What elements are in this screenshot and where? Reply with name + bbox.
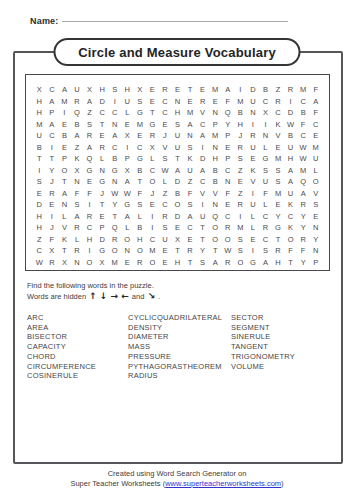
- grid-cell-r5c9: E: [134, 130, 147, 142]
- grid-cell-r1c16: A: [221, 84, 234, 96]
- word-item: TRIGONOMETRY: [231, 352, 327, 362]
- grid-cell-r11c23: S: [309, 199, 322, 211]
- grid-cell-r11c6: T: [96, 199, 109, 211]
- grid-cell-r13c17: M: [234, 222, 247, 234]
- grid-cell-r12c1: H: [33, 211, 46, 223]
- grid-cell-r5c1: U: [33, 130, 46, 142]
- grid-cell-r16c9: R: [134, 257, 147, 269]
- grid-cell-r7c23: U: [309, 153, 322, 165]
- grid-cell-r9c6: G: [96, 176, 109, 188]
- grid-cell-r1c19: B: [259, 84, 272, 96]
- grid-cell-r5c2: C: [46, 130, 59, 142]
- grid-cell-r14c14: T: [196, 234, 209, 246]
- grid-cell-r6c18: U: [247, 142, 260, 154]
- grid-cell-r12c10: I: [146, 211, 159, 223]
- grid-cell-r6c21: U: [284, 142, 297, 154]
- word-item: ARC: [27, 313, 128, 323]
- grid-cell-r5c14: A: [196, 130, 209, 142]
- grid-cell-r10c11: Z: [159, 188, 172, 200]
- grid-cell-r15c10: M: [146, 245, 159, 257]
- grid-cell-r11c5: I: [83, 199, 96, 211]
- word-list-column-2: CYCLICQUADRILATERALDENSITYDIAMETERMASSPR…: [128, 313, 231, 381]
- grid-cell-r4c3: E: [58, 119, 71, 131]
- grid-cell-r8c23: L: [309, 165, 322, 177]
- grid-cell-r15c2: X: [46, 245, 59, 257]
- grid-cell-r2c20: R: [272, 96, 285, 108]
- grid-cell-r15c9: O: [134, 245, 147, 257]
- grid-cell-r9c18: V: [247, 176, 260, 188]
- grid-cell-r2c7: I: [108, 96, 121, 108]
- grid-cell-r10c8: W: [121, 188, 134, 200]
- grid-cell-r7c5: Q: [83, 153, 96, 165]
- grid-cell-r7c6: L: [96, 153, 109, 165]
- grid-cell-r16c20: H: [272, 257, 285, 269]
- grid-cell-r15c3: T: [58, 245, 71, 257]
- grid-cell-r5c21: B: [284, 130, 297, 142]
- grid-cell-r6c4: Z: [71, 142, 84, 154]
- grid-cell-r1c7: S: [108, 84, 121, 96]
- word-item: VOLUME: [231, 362, 327, 372]
- grid-cell-r6c12: U: [171, 142, 184, 154]
- grid-cell-r15c21: F: [284, 245, 297, 257]
- grid-cell-r10c4: F: [71, 188, 84, 200]
- grid-cell-r4c15: P: [209, 119, 222, 131]
- grid-cell-r4c19: I: [259, 119, 272, 131]
- grid-cell-r6c10: X: [146, 142, 159, 154]
- grid-cell-r11c21: K: [284, 199, 297, 211]
- grid-cell-r13c3: V: [58, 222, 71, 234]
- grid-cell-r1c1: X: [33, 84, 46, 96]
- grid-cell-r14c13: E: [184, 234, 197, 246]
- grid-cell-r4c11: E: [159, 119, 172, 131]
- grid-cell-r8c19: S: [259, 165, 272, 177]
- grid-cell-r3c18: N: [247, 107, 260, 119]
- grid-cell-r5c22: C: [297, 130, 310, 142]
- grid-cell-r15c13: R: [184, 245, 197, 257]
- grid-cell-r5c19: N: [259, 130, 272, 142]
- grid-cell-r13c11: S: [159, 222, 172, 234]
- grid-cell-r3c4: Q: [71, 107, 84, 119]
- instructions-and: and: [132, 292, 145, 301]
- grid-cell-r16c17: O: [234, 257, 247, 269]
- word-item: TANGENT: [231, 342, 327, 352]
- grid-cell-r13c10: I: [146, 222, 159, 234]
- grid-cell-r8c13: U: [184, 165, 197, 177]
- footer-line2-prefix: Super Teacher Worksheets (: [70, 479, 165, 488]
- grid-cell-r12c21: C: [284, 211, 297, 223]
- grid-cell-r5c8: X: [121, 130, 134, 142]
- word-item: DENSITY: [128, 323, 231, 333]
- grid-cell-r1c23: F: [309, 84, 322, 96]
- grid-cell-r14c12: X: [171, 234, 184, 246]
- grid-cell-r11c10: E: [146, 199, 159, 211]
- grid-cell-r11c12: O: [171, 199, 184, 211]
- grid-cell-r14c16: O: [221, 234, 234, 246]
- grid-cell-r8c6: N: [96, 165, 109, 177]
- grid-cell-r8c11: W: [159, 165, 172, 177]
- grid-cell-r3c8: L: [121, 107, 134, 119]
- grid-cell-r4c4: B: [71, 119, 84, 131]
- grid-cell-r3c9: G: [134, 107, 147, 119]
- grid-cell-r9c7: N: [108, 176, 121, 188]
- grid-cell-r2c3: M: [58, 96, 71, 108]
- grid-cell-r6c2: I: [46, 142, 59, 154]
- direction-arrows-icon: ↑ ↓ → ←: [88, 291, 130, 301]
- word-item: CHORD: [27, 352, 128, 362]
- grid-cell-r5c16: P: [221, 130, 234, 142]
- grid-cell-r10c17: Z: [234, 188, 247, 200]
- grid-cell-r9c12: D: [171, 176, 184, 188]
- grid-cell-r2c8: U: [121, 96, 134, 108]
- grid-cell-r10c22: A: [297, 188, 310, 200]
- name-blank-line: [62, 21, 288, 22]
- grid-cell-r8c22: M: [297, 165, 310, 177]
- grid-cell-r4c10: G: [146, 119, 159, 131]
- grid-cell-r5c13: N: [184, 130, 197, 142]
- grid-cell-r14c18: E: [247, 234, 260, 246]
- grid-cell-r12c7: T: [108, 211, 121, 223]
- page-title: Circle and Measure Vocabulary: [78, 45, 276, 60]
- grid-cell-r7c17: S: [234, 153, 247, 165]
- grid-cell-r7c21: H: [284, 153, 297, 165]
- grid-cell-r15c14: Y: [196, 245, 209, 257]
- footer-link[interactable]: www.superteacherworksheets.com: [165, 479, 281, 488]
- grid-cell-r15c1: C: [33, 245, 46, 257]
- grid-cell-r7c7: B: [108, 153, 121, 165]
- grid-cell-r3c3: I: [58, 107, 71, 119]
- grid-cell-r2c17: M: [234, 96, 247, 108]
- grid-cell-r4c12: S: [171, 119, 184, 131]
- grid-cell-r7c14: D: [196, 153, 209, 165]
- grid-cell-r11c16: E: [221, 199, 234, 211]
- grid-cell-r1c22: M: [297, 84, 310, 96]
- grid-cell-r6c8: I: [121, 142, 134, 154]
- grid-cell-r13c5: C: [83, 222, 96, 234]
- grid-cell-r2c12: N: [171, 96, 184, 108]
- grid-cell-r4c8: E: [121, 119, 134, 131]
- grid-cell-r1c21: R: [284, 84, 297, 96]
- grid-cell-r15c7: O: [108, 245, 121, 257]
- grid-cell-r10c9: F: [134, 188, 147, 200]
- instructions: Find the following words in the puzzle. …: [27, 280, 160, 302]
- grid-cell-r4c22: F: [297, 119, 310, 131]
- word-item: PRESSURE: [128, 352, 231, 362]
- grid-cell-r2c9: S: [134, 96, 147, 108]
- grid-cell-r5c15: M: [209, 130, 222, 142]
- grid-cell-r14c6: D: [96, 234, 109, 246]
- grid-cell-r16c8: E: [121, 257, 134, 269]
- grid-cell-r9c21: A: [284, 176, 297, 188]
- grid-cell-r3c19: X: [259, 107, 272, 119]
- name-label: Name:: [30, 16, 59, 26]
- grid-cell-r8c21: A: [284, 165, 297, 177]
- grid-cell-r15c12: T: [171, 245, 184, 257]
- grid-cell-r5c3: B: [58, 130, 71, 142]
- grid-cell-r9c20: S: [272, 176, 285, 188]
- grid-cell-r7c3: P: [58, 153, 71, 165]
- grid-cell-r1c9: X: [134, 84, 147, 96]
- grid-cell-r4c6: T: [96, 119, 109, 131]
- grid-cell-r10c6: J: [96, 188, 109, 200]
- grid-cell-r3c23: F: [309, 107, 322, 119]
- grid-cell-r14c1: Z: [33, 234, 46, 246]
- grid-cell-r13c14: T: [196, 222, 209, 234]
- grid-cell-r2c13: E: [184, 96, 197, 108]
- grid-cell-r12c19: C: [259, 211, 272, 223]
- grid-cell-r15c17: S: [234, 245, 247, 257]
- grid-cell-r11c15: N: [209, 199, 222, 211]
- grid-cell-r7c15: H: [209, 153, 222, 165]
- grid-cell-r15c8: N: [121, 245, 134, 257]
- grid-cell-r2c2: A: [46, 96, 59, 108]
- grid-cell-r14c11: U: [159, 234, 172, 246]
- grid-cell-r9c8: A: [121, 176, 134, 188]
- grid-cell-r10c23: V: [309, 188, 322, 200]
- word-item: MASS: [128, 342, 231, 352]
- grid-cell-r12c12: D: [171, 211, 184, 223]
- grid-cell-r13c22: Y: [297, 222, 310, 234]
- grid-cell-r11c17: R: [234, 199, 247, 211]
- grid-cell-r16c23: P: [309, 257, 322, 269]
- word-item: CIRCUMFERENCE: [27, 362, 128, 372]
- grid-cell-r1c8: H: [121, 84, 134, 96]
- grid-cell-r15c18: I: [247, 245, 260, 257]
- grid-cell-r13c9: B: [134, 222, 147, 234]
- grid-cell-r3c20: C: [272, 107, 285, 119]
- grid-cell-r15c4: R: [71, 245, 84, 257]
- instructions-line2: Words are hidden ↑ ↓ → ← and ↘ .: [27, 291, 160, 302]
- word-list-column-3: SECTORSEGMENTSINERULETANGENTTRIGONOMETRY…: [231, 313, 327, 381]
- grid-cell-r9c9: T: [134, 176, 147, 188]
- grid-cell-r5c17: J: [234, 130, 247, 142]
- grid-cell-r2c18: U: [247, 96, 260, 108]
- grid-cell-r4c9: M: [134, 119, 147, 131]
- grid-cell-r1c11: R: [159, 84, 172, 96]
- grid-cell-r12c5: R: [83, 211, 96, 223]
- grid-cell-r12c6: E: [96, 211, 109, 223]
- grid-cell-r5c18: R: [247, 130, 260, 142]
- grid-cell-r10c12: B: [171, 188, 184, 200]
- grid-cell-r7c9: G: [134, 153, 147, 165]
- grid-cell-r4c2: A: [46, 119, 59, 131]
- grid-cell-r14c21: O: [284, 234, 297, 246]
- grid-cell-r1c13: T: [184, 84, 197, 96]
- grid-cell-r4c21: W: [284, 119, 297, 131]
- grid-cell-r4c23: C: [309, 119, 322, 131]
- grid-cell-r7c2: T: [46, 153, 59, 165]
- grid-cell-r6c17: R: [234, 142, 247, 154]
- grid-cell-r7c12: T: [171, 153, 184, 165]
- grid-cell-r10c18: I: [247, 188, 260, 200]
- grid-cell-r11c14: I: [196, 199, 209, 211]
- grid-cell-r12c2: I: [46, 211, 59, 223]
- grid-cell-r6c19: L: [259, 142, 272, 154]
- grid-cell-r8c18: K: [247, 165, 260, 177]
- grid-cell-r12c3: L: [58, 211, 71, 223]
- grid-cell-r5c23: E: [309, 130, 322, 142]
- grid-cell-r8c16: C: [221, 165, 234, 177]
- grid-cell-r14c8: O: [121, 234, 134, 246]
- grid-cell-r5c12: U: [171, 130, 184, 142]
- grid-cell-r6c13: S: [184, 142, 197, 154]
- grid-cell-r1c14: E: [196, 84, 209, 96]
- grid-cell-r5c20: V: [272, 130, 285, 142]
- word-list: ARCAREABISECTORCAPACITYCHORDCIRCUMFERENC…: [27, 313, 327, 381]
- grid-cell-r2c19: C: [259, 96, 272, 108]
- grid-cell-r9c22: Q: [297, 176, 310, 188]
- instructions-line1: Find the following words in the puzzle.: [27, 280, 160, 291]
- grid-cell-r2c11: C: [159, 96, 172, 108]
- grid-cell-r3c22: B: [297, 107, 310, 119]
- grid-cell-r1c4: U: [71, 84, 84, 96]
- grid-cell-r5c10: R: [146, 130, 159, 142]
- grid-cell-r11c8: G: [121, 199, 134, 211]
- grid-cell-r6c16: E: [221, 142, 234, 154]
- grid-cell-r14c15: O: [209, 234, 222, 246]
- grid-cell-r12c22: Y: [297, 211, 310, 223]
- grid-cell-r7c1: T: [33, 153, 46, 165]
- grid-cell-r8c8: X: [121, 165, 134, 177]
- grid-cell-r13c18: L: [247, 222, 260, 234]
- grid-cell-r13c2: J: [46, 222, 59, 234]
- grid-cell-r14c2: F: [46, 234, 59, 246]
- word-search-grid-box: XCAUXHSHXERETEMAIDBZRMFHAMRADIUSECNEREFM…: [25, 74, 330, 271]
- grid-cell-r10c19: F: [259, 188, 272, 200]
- grid-cell-r16c13: T: [184, 257, 197, 269]
- grid-cell-r16c22: Y: [297, 257, 310, 269]
- grid-cell-r10c16: F: [221, 188, 234, 200]
- grid-cell-r12c8: A: [121, 211, 134, 223]
- diagonal-arrow-icon: ↘: [146, 291, 156, 301]
- grid-cell-r11c2: E: [46, 199, 59, 211]
- grid-cell-r9c2: J: [46, 176, 59, 188]
- grid-cell-r14c17: S: [234, 234, 247, 246]
- grid-cell-r7c20: M: [272, 153, 285, 165]
- grid-cell-r12c9: L: [134, 211, 147, 223]
- grid-cell-r7c18: E: [247, 153, 260, 165]
- grid-cell-r15c16: W: [221, 245, 234, 257]
- grid-cell-r10c3: A: [58, 188, 71, 200]
- grid-cell-r8c9: B: [134, 165, 147, 177]
- grid-cell-r1c6: H: [96, 84, 109, 96]
- grid-cell-r8c17: Z: [234, 165, 247, 177]
- grid-cell-r13c8: L: [121, 222, 134, 234]
- grid-cell-r6c1: B: [33, 142, 46, 154]
- grid-cell-r6c22: W: [297, 142, 310, 154]
- grid-cell-r16c12: H: [171, 257, 184, 269]
- grid-cell-r11c9: S: [134, 199, 147, 211]
- grid-cell-r6c6: R: [96, 142, 109, 154]
- grid-cell-r14c22: R: [297, 234, 310, 246]
- grid-cell-r15c6: G: [96, 245, 109, 257]
- grid-cell-r13c6: P: [96, 222, 109, 234]
- grid-cell-r12c20: Y: [272, 211, 285, 223]
- grid-cell-r8c14: A: [196, 165, 209, 177]
- word-item: CYCLICQUADRILATERAL: [128, 313, 231, 323]
- grid-cell-r15c11: E: [159, 245, 172, 257]
- worksheet-page: Name: Circle and Measure Vocabulary XCAU…: [0, 0, 354, 500]
- grid-cell-r1c2: C: [46, 84, 59, 96]
- grid-cell-r2c1: H: [33, 96, 46, 108]
- grid-cell-r14c23: Y: [309, 234, 322, 246]
- grid-cell-r14c10: C: [146, 234, 159, 246]
- grid-cell-r8c1: I: [33, 165, 46, 177]
- grid-cell-r7c4: K: [71, 153, 84, 165]
- grid-cell-r3c15: N: [209, 107, 222, 119]
- grid-cell-r3c2: P: [46, 107, 59, 119]
- grid-cell-r11c1: D: [33, 199, 46, 211]
- word-item: BISECTOR: [27, 332, 128, 342]
- grid-cell-r9c3: T: [58, 176, 71, 188]
- grid-cell-r14c3: K: [58, 234, 71, 246]
- grid-cell-r12c16: C: [221, 211, 234, 223]
- grid-cell-r3c6: C: [96, 107, 109, 119]
- grid-cell-r14c9: H: [134, 234, 147, 246]
- grid-cell-r4c7: N: [108, 119, 121, 131]
- grid-cell-r3c1: H: [33, 107, 46, 119]
- grid-cell-r13c20: G: [272, 222, 285, 234]
- grid-cell-r3c10: T: [146, 107, 159, 119]
- instructions-line2-text: Words are hidden: [27, 292, 86, 301]
- grid-cell-r10c14: V: [196, 188, 209, 200]
- grid-cell-r2c14: R: [196, 96, 209, 108]
- word-item: PYTHAGORASTHEOREM: [128, 362, 231, 372]
- grid-cell-r16c4: N: [71, 257, 84, 269]
- grid-cell-r5c4: A: [71, 130, 84, 142]
- grid-cell-r13c1: H: [33, 222, 46, 234]
- grid-cell-r5c6: E: [96, 130, 109, 142]
- grid-cell-r16c18: G: [247, 257, 260, 269]
- name-row: Name:: [30, 10, 330, 24]
- grid-cell-r7c22: W: [297, 153, 310, 165]
- grid-cell-r3c14: V: [196, 107, 209, 119]
- grid-cell-r4c18: I: [247, 119, 260, 131]
- grid-cell-r2c10: E: [146, 96, 159, 108]
- grid-cell-r16c11: E: [159, 257, 172, 269]
- grid-cell-r16c3: X: [58, 257, 71, 269]
- grid-cell-r9c14: C: [196, 176, 209, 188]
- grid-cell-r11c4: S: [71, 199, 84, 211]
- grid-cell-r6c23: M: [309, 142, 322, 154]
- grid-cell-r12c4: A: [71, 211, 84, 223]
- grid-cell-r10c10: J: [146, 188, 159, 200]
- grid-cell-r1c18: D: [247, 84, 260, 96]
- grid-cell-r15c22: F: [297, 245, 310, 257]
- grid-cell-r8c5: G: [83, 165, 96, 177]
- grid-cell-r6c14: I: [196, 142, 209, 154]
- footer: Created using Word Search Generator on S…: [0, 469, 354, 489]
- grid-cell-r3c11: C: [159, 107, 172, 119]
- grid-cell-r2c16: F: [221, 96, 234, 108]
- grid-cell-r7c13: K: [184, 153, 197, 165]
- grid-cell-r10c13: F: [184, 188, 197, 200]
- grid-cell-r16c6: X: [96, 257, 109, 269]
- grid-cell-r3c12: H: [171, 107, 184, 119]
- grid-cell-r6c15: N: [209, 142, 222, 154]
- grid-cell-r2c22: C: [297, 96, 310, 108]
- grid-cell-r12c13: A: [184, 211, 197, 223]
- grid-cell-r12c15: Q: [209, 211, 222, 223]
- grid-cell-r10c15: V: [209, 188, 222, 200]
- grid-cell-r13c7: Q: [108, 222, 121, 234]
- grid-cell-r11c19: L: [259, 199, 272, 211]
- grid-cell-r1c10: E: [146, 84, 159, 96]
- grid-cell-r16c2: R: [46, 257, 59, 269]
- grid-cell-r13c4: R: [71, 222, 84, 234]
- grid-cell-r2c23: A: [309, 96, 322, 108]
- grid-cell-r9c17: E: [234, 176, 247, 188]
- grid-cell-r10c21: U: [284, 188, 297, 200]
